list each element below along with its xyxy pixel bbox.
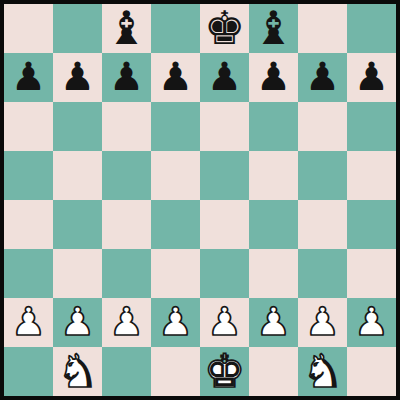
square-f3[interactable] (249, 249, 298, 298)
black-bishop[interactable]: ♝ (106, 5, 147, 51)
square-e6[interactable] (200, 102, 249, 151)
square-f2[interactable]: ♟ (249, 298, 298, 347)
square-e8[interactable]: ♚ (200, 4, 249, 53)
square-a4[interactable] (4, 200, 53, 249)
white-pawn[interactable]: ♟ (11, 302, 46, 341)
white-knight[interactable]: ♞ (302, 348, 343, 394)
square-b6[interactable] (53, 102, 102, 151)
square-a1[interactable] (4, 347, 53, 396)
white-knight[interactable]: ♞ (57, 348, 98, 394)
white-pawn[interactable]: ♟ (60, 302, 95, 341)
square-c5[interactable] (102, 151, 151, 200)
square-c8[interactable]: ♝ (102, 4, 151, 53)
square-d7[interactable]: ♟ (151, 53, 200, 102)
black-pawn[interactable]: ♟ (207, 57, 242, 96)
square-g6[interactable] (298, 102, 347, 151)
square-b4[interactable] (53, 200, 102, 249)
black-king[interactable]: ♚ (204, 5, 245, 51)
square-d4[interactable] (151, 200, 200, 249)
white-pawn[interactable]: ♟ (256, 302, 291, 341)
black-pawn[interactable]: ♟ (256, 57, 291, 96)
square-f7[interactable]: ♟ (249, 53, 298, 102)
square-e5[interactable] (200, 151, 249, 200)
square-e4[interactable] (200, 200, 249, 249)
square-f5[interactable] (249, 151, 298, 200)
square-f4[interactable] (249, 200, 298, 249)
square-c7[interactable]: ♟ (102, 53, 151, 102)
square-e2[interactable]: ♟ (200, 298, 249, 347)
square-f6[interactable] (249, 102, 298, 151)
black-pawn[interactable]: ♟ (11, 57, 46, 96)
board-frame: ♝♚♝♟♟♟♟♟♟♟♟♟♟♟♟♟♟♟♟♞♚♞ (0, 0, 400, 400)
square-a7[interactable]: ♟ (4, 53, 53, 102)
square-h4[interactable] (347, 200, 396, 249)
square-g5[interactable] (298, 151, 347, 200)
square-d8[interactable] (151, 4, 200, 53)
square-a5[interactable] (4, 151, 53, 200)
square-b5[interactable] (53, 151, 102, 200)
square-h6[interactable] (347, 102, 396, 151)
square-a8[interactable] (4, 4, 53, 53)
square-g1[interactable]: ♞ (298, 347, 347, 396)
square-c6[interactable] (102, 102, 151, 151)
square-b2[interactable]: ♟ (53, 298, 102, 347)
black-pawn[interactable]: ♟ (354, 57, 389, 96)
square-a2[interactable]: ♟ (4, 298, 53, 347)
white-pawn[interactable]: ♟ (354, 302, 389, 341)
square-f8[interactable]: ♝ (249, 4, 298, 53)
square-g8[interactable] (298, 4, 347, 53)
square-h3[interactable] (347, 249, 396, 298)
square-d3[interactable] (151, 249, 200, 298)
square-c4[interactable] (102, 200, 151, 249)
black-pawn[interactable]: ♟ (109, 57, 144, 96)
black-pawn[interactable]: ♟ (158, 57, 193, 96)
square-d6[interactable] (151, 102, 200, 151)
square-c1[interactable] (102, 347, 151, 396)
black-pawn[interactable]: ♟ (305, 57, 340, 96)
square-e3[interactable] (200, 249, 249, 298)
square-b1[interactable]: ♞ (53, 347, 102, 396)
square-d1[interactable] (151, 347, 200, 396)
square-h1[interactable] (347, 347, 396, 396)
square-a3[interactable] (4, 249, 53, 298)
white-pawn[interactable]: ♟ (207, 302, 242, 341)
square-g3[interactable] (298, 249, 347, 298)
square-e7[interactable]: ♟ (200, 53, 249, 102)
square-d2[interactable]: ♟ (151, 298, 200, 347)
white-king[interactable]: ♚ (204, 348, 245, 394)
black-pawn[interactable]: ♟ (60, 57, 95, 96)
square-b3[interactable] (53, 249, 102, 298)
square-a6[interactable] (4, 102, 53, 151)
white-pawn[interactable]: ♟ (109, 302, 144, 341)
white-pawn[interactable]: ♟ (158, 302, 193, 341)
chess-board: ♝♚♝♟♟♟♟♟♟♟♟♟♟♟♟♟♟♟♟♞♚♞ (4, 4, 396, 396)
square-g2[interactable]: ♟ (298, 298, 347, 347)
square-c3[interactable] (102, 249, 151, 298)
square-f1[interactable] (249, 347, 298, 396)
square-h5[interactable] (347, 151, 396, 200)
square-h2[interactable]: ♟ (347, 298, 396, 347)
black-bishop[interactable]: ♝ (253, 5, 294, 51)
square-g4[interactable] (298, 200, 347, 249)
square-h7[interactable]: ♟ (347, 53, 396, 102)
square-b7[interactable]: ♟ (53, 53, 102, 102)
square-e1[interactable]: ♚ (200, 347, 249, 396)
square-c2[interactable]: ♟ (102, 298, 151, 347)
square-b8[interactable] (53, 4, 102, 53)
white-pawn[interactable]: ♟ (305, 302, 340, 341)
square-d5[interactable] (151, 151, 200, 200)
square-h8[interactable] (347, 4, 396, 53)
square-g7[interactable]: ♟ (298, 53, 347, 102)
